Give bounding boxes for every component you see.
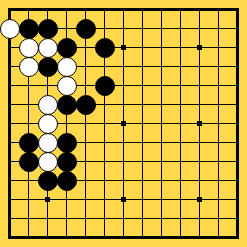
grid-line-vertical xyxy=(161,9,162,238)
black-stone[interactable] xyxy=(57,171,77,191)
star-point xyxy=(121,197,126,202)
star-point xyxy=(121,45,126,50)
white-stone[interactable] xyxy=(38,133,58,153)
white-stone[interactable] xyxy=(38,38,58,58)
white-stone[interactable] xyxy=(38,114,58,134)
black-stone[interactable] xyxy=(76,95,96,115)
white-stone[interactable] xyxy=(38,95,58,115)
grid-line-vertical xyxy=(142,9,143,238)
star-point xyxy=(197,45,202,50)
white-stone[interactable] xyxy=(19,57,39,77)
black-stone[interactable] xyxy=(38,171,58,191)
black-stone[interactable] xyxy=(95,38,115,58)
black-stone[interactable] xyxy=(19,152,39,172)
white-stone[interactable] xyxy=(19,38,39,58)
go-board[interactable] xyxy=(0,0,247,247)
black-stone[interactable] xyxy=(57,95,77,115)
black-stone[interactable] xyxy=(95,76,115,96)
black-stone[interactable] xyxy=(38,19,58,39)
grid-line-horizontal xyxy=(9,218,238,219)
black-stone[interactable] xyxy=(19,19,39,39)
black-stone[interactable] xyxy=(57,38,77,58)
grid-line-vertical xyxy=(180,9,181,238)
black-stone[interactable] xyxy=(76,19,96,39)
black-stone[interactable] xyxy=(19,133,39,153)
grid-line-vertical xyxy=(218,9,219,238)
go-diagram xyxy=(0,0,247,247)
star-point xyxy=(121,121,126,126)
star-point xyxy=(45,197,50,202)
black-stone[interactable] xyxy=(38,57,58,77)
star-point xyxy=(197,197,202,202)
black-stone[interactable] xyxy=(57,133,77,153)
white-stone[interactable] xyxy=(57,57,77,77)
white-stone[interactable] xyxy=(0,19,20,39)
star-point xyxy=(197,121,202,126)
white-stone[interactable] xyxy=(38,152,58,172)
black-stone[interactable] xyxy=(57,152,77,172)
white-stone[interactable] xyxy=(57,76,77,96)
